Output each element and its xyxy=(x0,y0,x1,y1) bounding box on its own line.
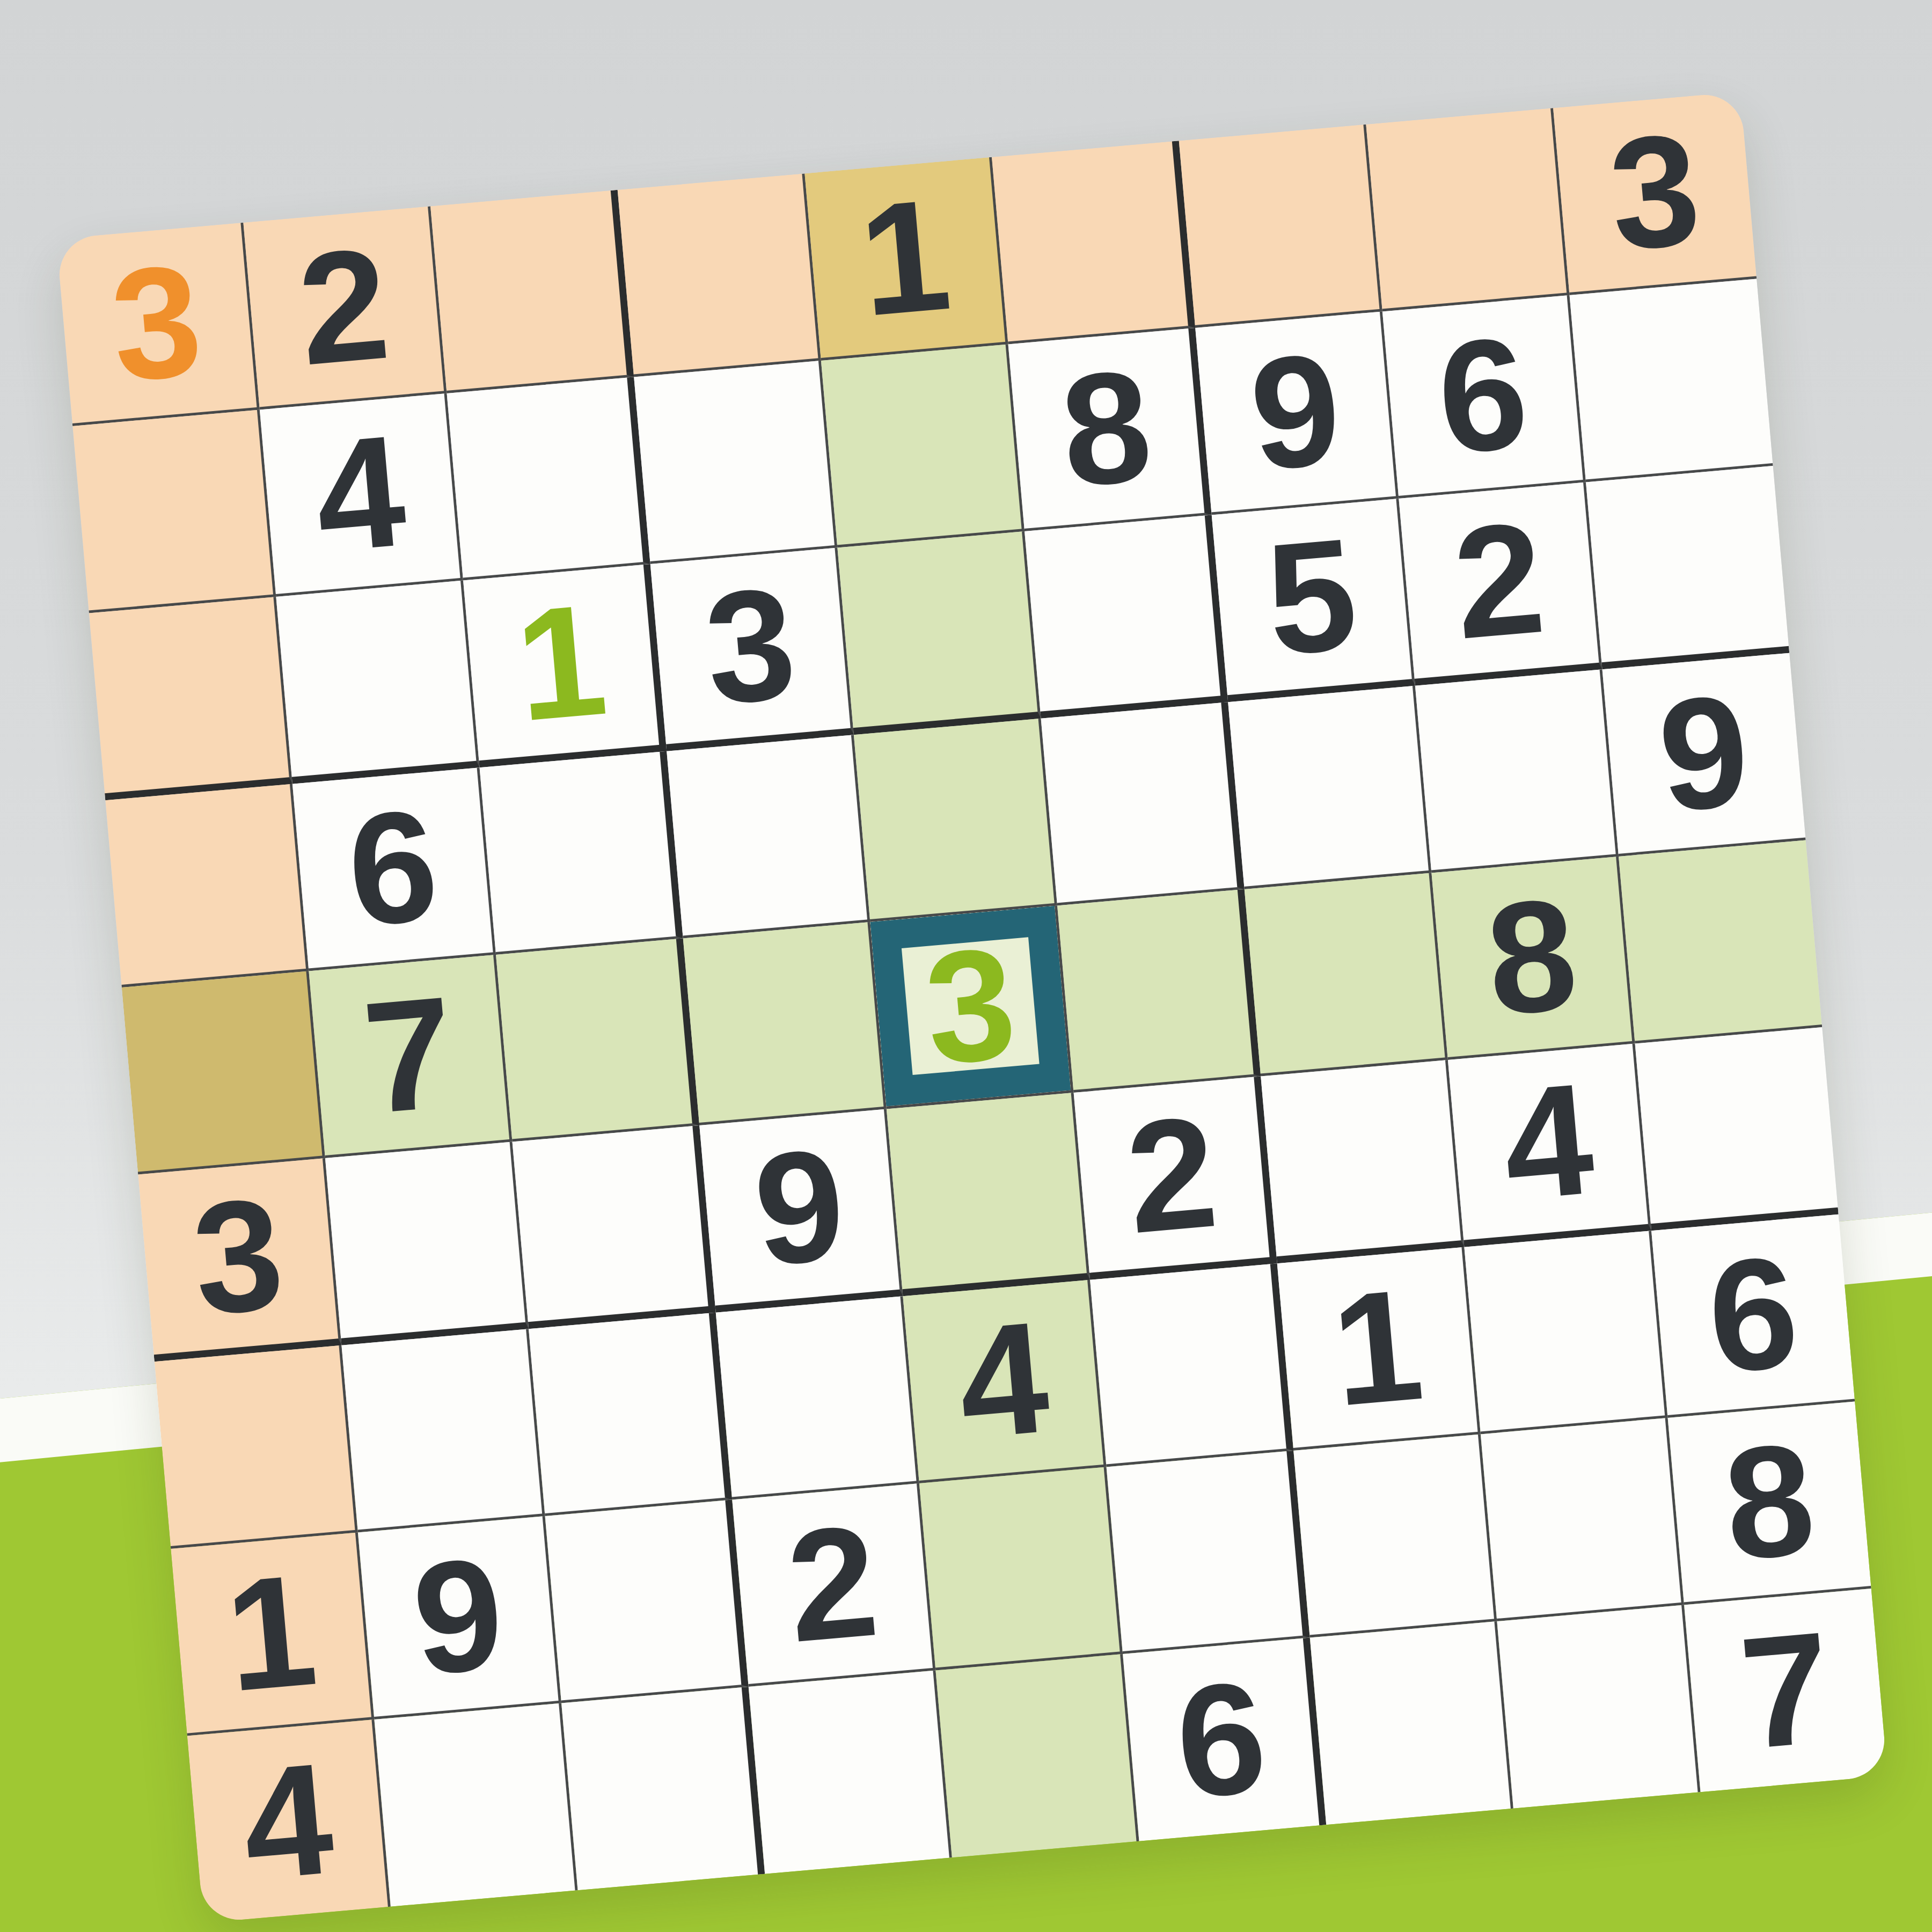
cell-r7c9[interactable]: 6 xyxy=(1651,1214,1855,1418)
cell-r3c8[interactable]: 2 xyxy=(1399,482,1602,686)
cell-r6c7[interactable] xyxy=(1261,1060,1464,1263)
cell-r8c2[interactable]: 9 xyxy=(358,1516,561,1719)
cell-r5c5[interactable]: 3 xyxy=(870,905,1073,1109)
cell-r4c8[interactable] xyxy=(1415,669,1619,873)
cell-r2c9[interactable] xyxy=(1570,279,1773,482)
cell-r6c5[interactable] xyxy=(887,1093,1090,1296)
cell-r6c6[interactable]: 2 xyxy=(1074,1077,1277,1280)
scene: 3213489613526973839244161928467 xyxy=(0,0,1932,1932)
cell-digit: 3 xyxy=(920,924,1021,1089)
cell-r3c7[interactable]: 5 xyxy=(1212,499,1415,702)
cell-r8c5[interactable] xyxy=(919,1467,1123,1670)
cell-r4c9[interactable]: 9 xyxy=(1602,653,1806,857)
cell-r4c7[interactable] xyxy=(1228,686,1431,889)
cell-r9c2[interactable] xyxy=(374,1703,577,1907)
cell-digit: 4 xyxy=(237,1739,338,1904)
cell-r2c7[interactable]: 9 xyxy=(1195,311,1399,515)
cell-digit: 8 xyxy=(1056,346,1157,511)
cell-r8c8[interactable] xyxy=(1481,1418,1684,1621)
cell-r8c3[interactable] xyxy=(545,1499,749,1703)
cell-r9c6[interactable]: 6 xyxy=(1123,1638,1326,1841)
cell-r5c7[interactable] xyxy=(1245,873,1448,1076)
cell-digit: 3 xyxy=(106,240,207,406)
cell-r2c5[interactable] xyxy=(821,344,1024,547)
cell-r5c3[interactable] xyxy=(496,938,699,1141)
cell-digit: 2 xyxy=(782,1501,883,1666)
cell-r9c9[interactable]: 7 xyxy=(1684,1589,1887,1792)
cell-r1c8[interactable] xyxy=(1366,108,1569,311)
cell-r9c8[interactable] xyxy=(1497,1605,1700,1809)
cell-r3c9[interactable] xyxy=(1586,466,1789,669)
cell-digit: 1 xyxy=(510,580,612,745)
cell-r2c2[interactable]: 4 xyxy=(260,393,463,597)
cell-r1c2[interactable]: 2 xyxy=(243,206,447,409)
cell-r6c2[interactable] xyxy=(325,1142,529,1345)
cell-r7c3[interactable] xyxy=(529,1313,732,1516)
cell-r5c6[interactable] xyxy=(1057,889,1261,1093)
cell-r8c6[interactable] xyxy=(1107,1451,1310,1654)
cell-digit: 8 xyxy=(1718,1419,1820,1584)
cell-r2c4[interactable] xyxy=(634,361,837,564)
cell-r6c3[interactable] xyxy=(513,1125,716,1329)
cell-r4c1[interactable] xyxy=(105,784,309,987)
cell-r3c3[interactable]: 1 xyxy=(463,564,667,767)
cell-digit: 3 xyxy=(700,563,801,729)
cell-digit: 9 xyxy=(1653,671,1754,836)
cell-r8c4[interactable]: 2 xyxy=(732,1483,935,1687)
cell-r5c8[interactable]: 8 xyxy=(1431,857,1635,1060)
cell-r1c4[interactable] xyxy=(618,173,821,377)
cell-digit: 2 xyxy=(1448,498,1549,663)
cell-r2c1[interactable] xyxy=(72,409,276,613)
cell-r1c7[interactable] xyxy=(1179,125,1382,328)
cell-digit: 6 xyxy=(1170,1657,1272,1823)
cell-digit: 5 xyxy=(1261,514,1363,679)
cell-digit: 6 xyxy=(1702,1232,1804,1397)
cell-r2c6[interactable]: 8 xyxy=(1008,328,1212,531)
cell-digit: 4 xyxy=(1497,1059,1599,1225)
cell-digit: 7 xyxy=(358,972,460,1138)
cell-r3c6[interactable] xyxy=(1024,515,1228,719)
cell-digit: 2 xyxy=(1121,1092,1223,1257)
cell-r7c6[interactable] xyxy=(1090,1263,1293,1467)
cell-r5c2[interactable]: 7 xyxy=(309,955,512,1158)
cell-r4c4[interactable] xyxy=(667,735,870,938)
cell-digit: 3 xyxy=(187,1174,289,1339)
cell-r3c2[interactable] xyxy=(276,581,479,784)
cell-r6c4[interactable]: 9 xyxy=(699,1109,903,1313)
cell-r1c3[interactable] xyxy=(430,190,634,393)
cell-r1c1[interactable]: 3 xyxy=(56,223,260,426)
cell-r8c7[interactable] xyxy=(1293,1434,1497,1637)
cell-digit: 9 xyxy=(407,1534,509,1699)
cell-r6c9[interactable] xyxy=(1635,1027,1839,1231)
cell-r2c3[interactable] xyxy=(447,377,650,580)
cell-r4c5[interactable] xyxy=(854,719,1057,922)
cell-r5c1[interactable] xyxy=(122,971,325,1174)
sudoku-board: 3213489613526973839244161928467 xyxy=(56,92,1888,1923)
cell-r7c4[interactable] xyxy=(716,1296,919,1499)
cell-r9c7[interactable] xyxy=(1310,1621,1513,1825)
cell-r9c4[interactable] xyxy=(749,1671,952,1874)
cell-digit: 6 xyxy=(342,785,443,950)
cell-r9c1[interactable]: 4 xyxy=(187,1719,391,1923)
cell-r7c2[interactable] xyxy=(341,1329,545,1532)
cell-r7c5[interactable]: 4 xyxy=(903,1280,1106,1483)
cell-digit: 4 xyxy=(309,411,411,576)
cell-r4c6[interactable] xyxy=(1041,702,1245,905)
cell-r1c5[interactable]: 1 xyxy=(804,157,1008,361)
cell-r8c9[interactable]: 8 xyxy=(1668,1401,1871,1605)
cell-r7c1[interactable] xyxy=(155,1345,358,1549)
cell-r3c4[interactable]: 3 xyxy=(650,548,854,751)
cell-r9c5[interactable] xyxy=(935,1654,1139,1857)
cell-r7c8[interactable] xyxy=(1464,1231,1667,1434)
cell-digit: 1 xyxy=(1327,1265,1428,1430)
cell-r8c1[interactable]: 1 xyxy=(171,1532,374,1736)
cell-r3c1[interactable] xyxy=(89,597,292,800)
cell-digit: 9 xyxy=(1245,330,1346,495)
cell-r6c1[interactable]: 3 xyxy=(138,1158,341,1362)
cell-r5c9[interactable] xyxy=(1619,840,1822,1043)
cell-digit: 1 xyxy=(854,175,956,340)
cell-r3c5[interactable] xyxy=(837,531,1041,735)
cell-r2c8[interactable]: 6 xyxy=(1382,295,1586,499)
cell-digit: 3 xyxy=(1604,109,1706,275)
cell-r4c2[interactable]: 6 xyxy=(292,767,496,971)
cell-r6c8[interactable]: 4 xyxy=(1448,1044,1651,1247)
cell-digit: 8 xyxy=(1481,874,1583,1040)
cell-digit: 1 xyxy=(221,1550,322,1716)
cell-r1c9[interactable]: 3 xyxy=(1553,92,1757,295)
cell-r5c4[interactable] xyxy=(683,922,887,1125)
cell-r1c6[interactable] xyxy=(992,141,1195,344)
cell-digit: 7 xyxy=(1735,1608,1836,1773)
cell-r4c3[interactable] xyxy=(480,751,683,955)
cell-digit: 4 xyxy=(953,1298,1054,1463)
cell-r9c3[interactable] xyxy=(561,1687,765,1890)
cell-digit: 9 xyxy=(749,1125,850,1290)
cell-digit: 2 xyxy=(293,224,394,389)
cell-r7c7[interactable]: 1 xyxy=(1277,1247,1481,1451)
cell-digit: 6 xyxy=(1432,313,1533,478)
